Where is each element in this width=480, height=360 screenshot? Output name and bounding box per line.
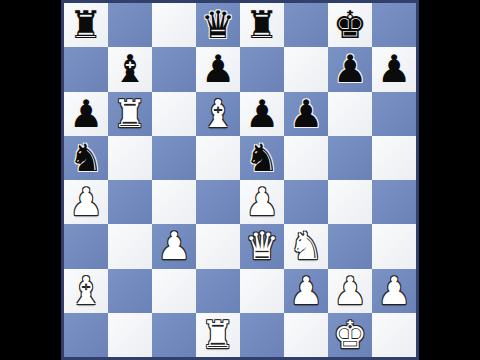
square-f5[interactable] (284, 136, 328, 180)
white-pawn: ♟ (289, 269, 323, 313)
square-h3[interactable] (372, 224, 416, 268)
square-b2[interactable] (108, 269, 152, 313)
square-g2[interactable]: ♟ (328, 269, 372, 313)
letterbox-right (419, 0, 480, 360)
square-e2[interactable] (240, 269, 284, 313)
square-b5[interactable] (108, 136, 152, 180)
black-rook: ♜ (245, 3, 279, 47)
square-b6[interactable]: ♜ (108, 92, 152, 136)
square-b8[interactable] (108, 3, 152, 47)
square-a2[interactable]: ♝ (64, 269, 108, 313)
black-pawn: ♟ (377, 47, 411, 91)
square-f8[interactable] (284, 3, 328, 47)
white-pawn: ♟ (333, 269, 367, 313)
black-king: ♚ (333, 3, 367, 47)
square-d1[interactable]: ♜ (196, 313, 240, 357)
square-h2[interactable]: ♟ (372, 269, 416, 313)
square-h6[interactable] (372, 92, 416, 136)
square-c2[interactable] (152, 269, 196, 313)
white-pawn: ♟ (69, 180, 103, 224)
square-b7[interactable]: ♝ (108, 47, 152, 91)
square-d3[interactable] (196, 224, 240, 268)
black-pawn: ♟ (69, 92, 103, 136)
square-d5[interactable] (196, 136, 240, 180)
square-g5[interactable] (328, 136, 372, 180)
square-e1[interactable] (240, 313, 284, 357)
square-e4[interactable]: ♟ (240, 180, 284, 224)
square-e3[interactable]: ♛ (240, 224, 284, 268)
square-d4[interactable] (196, 180, 240, 224)
white-knight: ♞ (289, 224, 323, 268)
square-g3[interactable] (328, 224, 372, 268)
black-pawn: ♟ (245, 92, 279, 136)
board-frame: ♜♛♜♚♝♟♟♟♟♜♝♟♟♞♞♟♟♟♛♞♝♟♟♟♜♚ (61, 0, 419, 360)
square-b3[interactable] (108, 224, 152, 268)
square-f4[interactable] (284, 180, 328, 224)
white-bishop: ♝ (69, 269, 103, 313)
letterbox-left (0, 0, 61, 360)
square-h4[interactable] (372, 180, 416, 224)
square-h8[interactable] (372, 3, 416, 47)
square-b4[interactable] (108, 180, 152, 224)
black-pawn: ♟ (333, 47, 367, 91)
square-d6[interactable]: ♝ (196, 92, 240, 136)
square-g8[interactable]: ♚ (328, 3, 372, 47)
white-pawn: ♟ (157, 224, 191, 268)
white-rook: ♜ (201, 313, 235, 357)
square-d2[interactable] (196, 269, 240, 313)
square-f1[interactable] (284, 313, 328, 357)
black-queen: ♛ (201, 3, 235, 47)
square-a6[interactable]: ♟ (64, 92, 108, 136)
square-b1[interactable] (108, 313, 152, 357)
white-king: ♚ (333, 313, 367, 357)
square-g7[interactable]: ♟ (328, 47, 372, 91)
square-a5[interactable]: ♞ (64, 136, 108, 180)
white-rook: ♜ (113, 92, 147, 136)
video-frame: ♜♛♜♚♝♟♟♟♟♜♝♟♟♞♞♟♟♟♛♞♝♟♟♟♜♚ (0, 0, 480, 360)
square-d7[interactable]: ♟ (196, 47, 240, 91)
square-c8[interactable] (152, 3, 196, 47)
square-h7[interactable]: ♟ (372, 47, 416, 91)
square-c4[interactable] (152, 180, 196, 224)
square-c1[interactable] (152, 313, 196, 357)
square-c3[interactable]: ♟ (152, 224, 196, 268)
square-e5[interactable]: ♞ (240, 136, 284, 180)
square-a7[interactable] (64, 47, 108, 91)
white-pawn: ♟ (245, 180, 279, 224)
square-e8[interactable]: ♜ (240, 3, 284, 47)
square-a1[interactable] (64, 313, 108, 357)
white-queen: ♛ (245, 224, 279, 268)
square-e7[interactable] (240, 47, 284, 91)
square-f6[interactable]: ♟ (284, 92, 328, 136)
black-knight: ♞ (69, 136, 103, 180)
square-g6[interactable] (328, 92, 372, 136)
black-pawn: ♟ (289, 92, 323, 136)
square-f2[interactable]: ♟ (284, 269, 328, 313)
square-a4[interactable]: ♟ (64, 180, 108, 224)
square-h5[interactable] (372, 136, 416, 180)
black-rook: ♜ (69, 3, 103, 47)
black-knight: ♞ (245, 136, 279, 180)
square-f7[interactable] (284, 47, 328, 91)
square-h1[interactable] (372, 313, 416, 357)
square-c5[interactable] (152, 136, 196, 180)
square-c6[interactable] (152, 92, 196, 136)
square-d8[interactable]: ♛ (196, 3, 240, 47)
square-a3[interactable] (64, 224, 108, 268)
white-pawn: ♟ (377, 269, 411, 313)
square-g4[interactable] (328, 180, 372, 224)
square-c7[interactable] (152, 47, 196, 91)
chess-board: ♜♛♜♚♝♟♟♟♟♜♝♟♟♞♞♟♟♟♛♞♝♟♟♟♜♚ (64, 3, 416, 357)
square-a8[interactable]: ♜ (64, 3, 108, 47)
white-bishop: ♝ (201, 92, 235, 136)
square-g1[interactable]: ♚ (328, 313, 372, 357)
square-e6[interactable]: ♟ (240, 92, 284, 136)
black-pawn: ♟ (201, 47, 235, 91)
square-f3[interactable]: ♞ (284, 224, 328, 268)
black-bishop: ♝ (113, 47, 147, 91)
